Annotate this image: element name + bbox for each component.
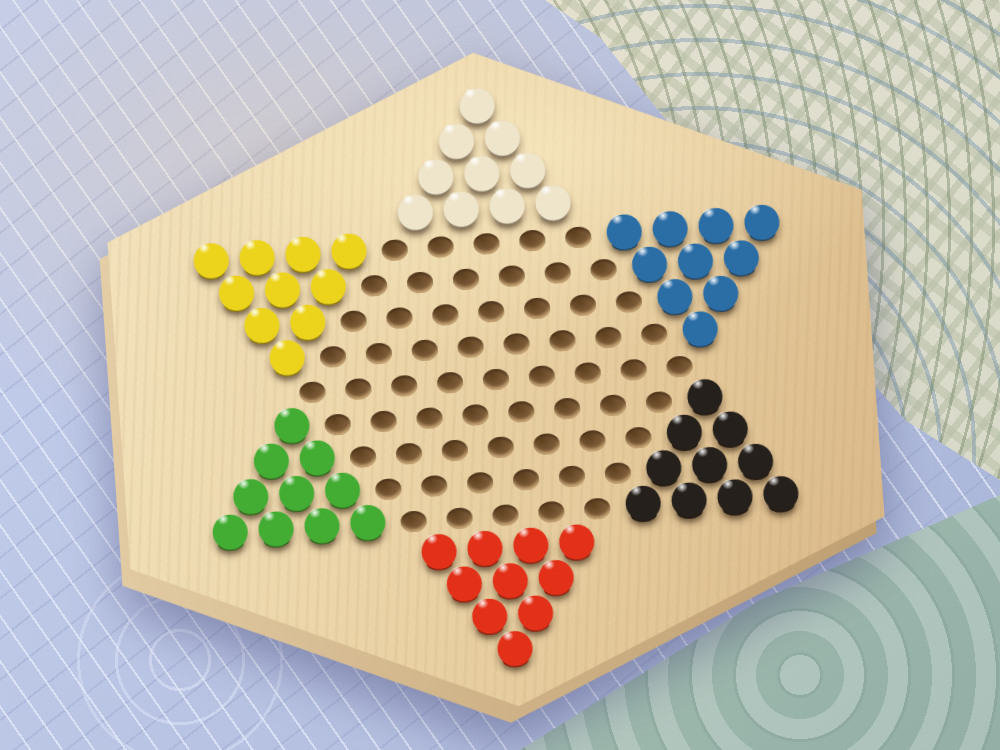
hole-r6c7[interactable] (488, 257, 536, 294)
hole-r12c6[interactable] (456, 464, 504, 501)
board-hole (365, 342, 392, 365)
hole-r12c5[interactable] (410, 467, 458, 504)
hole-r11c7[interactable] (522, 425, 570, 462)
hole-r5c9[interactable] (554, 218, 602, 255)
hole-r5c8[interactable] (508, 222, 556, 259)
hole-r13c11[interactable]: ● (665, 483, 713, 520)
board-hole (416, 407, 443, 430)
hole-r10c5[interactable] (451, 396, 499, 433)
hole-r8c2[interactable] (309, 338, 357, 375)
hole-r6c9[interactable] (579, 251, 627, 288)
hole-r6c5[interactable] (396, 263, 444, 300)
board-hole (590, 258, 617, 281)
hole-r13c1[interactable]: ● (206, 515, 254, 552)
board-hole (395, 442, 422, 465)
board-hole (503, 333, 530, 356)
hole-r10c6[interactable] (497, 393, 545, 430)
hole-r13c10[interactable]: ● (619, 486, 667, 523)
chinese-checkers-board: ●●●●●●●●●●●●●●●●●●●●●●●●●●●●●●●●●●●●●●●●… (54, 24, 938, 736)
board-hole (508, 400, 535, 423)
peg-black: ● (756, 468, 805, 511)
hole-r6c6[interactable] (442, 260, 490, 297)
hole-r7c3[interactable] (329, 302, 377, 339)
hole-r10c3[interactable] (359, 402, 407, 439)
board-hole (549, 329, 576, 352)
peg-green: ● (205, 506, 254, 549)
board-hole (487, 436, 514, 459)
board-hole (523, 297, 550, 320)
board-hole (519, 229, 546, 252)
hole-r4c2[interactable]: ● (437, 192, 485, 229)
board-hole (574, 362, 601, 385)
hole-r17c1[interactable]: ● (491, 632, 539, 669)
hole-r9c4[interactable] (426, 364, 474, 401)
board-hole (554, 397, 581, 420)
hole-r13c4[interactable]: ● (344, 506, 392, 543)
board-hole (319, 345, 346, 368)
board-hole (565, 226, 592, 249)
hole-r9c5[interactable] (472, 360, 520, 397)
hole-r8c6[interactable] (492, 325, 540, 362)
board-hole (370, 410, 397, 433)
hole-r11c6[interactable] (477, 428, 525, 465)
hole-r10c4[interactable] (405, 399, 453, 436)
peg-black: ● (710, 471, 759, 514)
board-hole (421, 475, 448, 498)
peg-white: ● (528, 177, 577, 220)
peg-black: ● (618, 478, 667, 521)
hole-r9c6[interactable] (518, 357, 566, 394)
peg-blue: ● (675, 303, 724, 346)
board-hole (615, 291, 642, 314)
board-hole (579, 430, 606, 453)
board-hole (595, 326, 622, 349)
hole-r4c1[interactable]: ● (391, 196, 439, 233)
board-hole (360, 274, 387, 297)
hole-r13c13[interactable]: ● (757, 477, 805, 514)
hole-r12c8[interactable] (548, 457, 596, 494)
hole-r7c8[interactable] (559, 286, 607, 323)
hole-r9c3[interactable] (380, 367, 428, 404)
hole-r9c8[interactable] (609, 351, 657, 388)
hole-r8c10[interactable]: ● (676, 312, 724, 349)
hole-r8c7[interactable] (538, 322, 586, 359)
board-hole (482, 368, 509, 391)
board-hole (498, 265, 525, 288)
board-hole (427, 236, 454, 259)
hole-r8c1[interactable]: ● (263, 341, 311, 378)
hole-r5c5[interactable] (371, 231, 419, 268)
hole-r10c8[interactable] (589, 386, 637, 423)
hole-r6c4[interactable] (350, 267, 398, 304)
hole-r12c7[interactable] (502, 461, 550, 498)
hole-r13c2[interactable]: ● (252, 512, 300, 549)
hole-r9c7[interactable] (564, 354, 612, 391)
board-surface: ●●●●●●●●●●●●●●●●●●●●●●●●●●●●●●●●●●●●●●●●… (54, 24, 938, 736)
board-hole (441, 439, 468, 462)
peg-white: ● (482, 180, 531, 223)
hole-r4c4[interactable]: ● (529, 186, 577, 223)
hole-r8c9[interactable] (630, 315, 678, 352)
hole-r6c8[interactable] (534, 254, 582, 291)
hole-r9c2[interactable] (334, 370, 382, 407)
hole-r5c6[interactable] (416, 228, 464, 265)
hole-r10c7[interactable] (543, 390, 591, 427)
peg-white: ● (436, 183, 485, 226)
hole-r7c6[interactable] (467, 293, 515, 330)
hole-r11c8[interactable] (568, 422, 616, 459)
hole-r7c5[interactable] (421, 296, 469, 333)
board-hole (533, 433, 560, 456)
hole-r7c7[interactable] (513, 289, 561, 326)
hole-r8c3[interactable] (355, 335, 403, 372)
board-hole (432, 303, 459, 326)
hole-r7c9[interactable] (605, 283, 653, 320)
board-hole (386, 307, 413, 330)
board-hole (478, 300, 505, 323)
board-hole (411, 339, 438, 362)
hole-r13c12[interactable]: ● (711, 480, 759, 517)
hole-r5c7[interactable] (462, 225, 510, 262)
photo-scene: ●●●●●●●●●●●●●●●●●●●●●●●●●●●●●●●●●●●●●●●●… (0, 0, 1000, 750)
hole-r8c8[interactable] (584, 318, 632, 355)
board-hole (381, 239, 408, 262)
board-hole (599, 394, 626, 417)
board-hole (544, 262, 571, 285)
hole-r13c3[interactable]: ● (298, 509, 346, 546)
peg-green: ● (251, 503, 300, 546)
board-hole (406, 271, 433, 294)
board-hole (641, 323, 668, 346)
board-hole (620, 358, 647, 381)
peg-black: ● (664, 474, 713, 517)
peg-red: ● (490, 623, 539, 666)
board-hole (512, 468, 539, 491)
board-hole (436, 371, 463, 394)
hole-r8c5[interactable] (447, 328, 495, 365)
hole-r7c4[interactable] (375, 299, 423, 336)
peg-white: ● (391, 187, 440, 230)
board-hole (345, 378, 372, 401)
board-hole (452, 268, 479, 291)
board-hole (457, 336, 484, 359)
board-hole (466, 471, 493, 494)
peg-yellow: ● (262, 332, 311, 375)
hole-r8c4[interactable] (401, 331, 449, 368)
peg-green: ● (343, 497, 392, 540)
board-hole (340, 310, 367, 333)
board-hole (569, 294, 596, 317)
peg-green: ● (297, 500, 346, 543)
board-hole (391, 375, 418, 398)
hole-r11c4[interactable] (385, 435, 433, 472)
board-hole (528, 365, 555, 388)
board-hole (462, 404, 489, 427)
board-hole (473, 232, 500, 255)
hole-r11c5[interactable] (431, 431, 479, 468)
hole-r4c3[interactable]: ● (483, 189, 531, 226)
board-hole (558, 465, 585, 488)
